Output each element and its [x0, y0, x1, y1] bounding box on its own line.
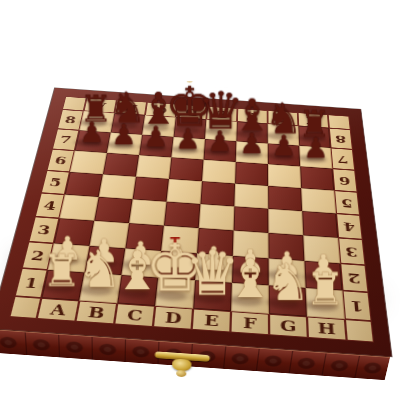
- square-h8[interactable]: [298, 126, 330, 148]
- queen-crown-accent: •••: [203, 240, 222, 249]
- coordinate-number: 6: [54, 155, 68, 166]
- coordinate-number: 8: [64, 115, 77, 125]
- clasp-knob: [176, 370, 187, 377]
- square-d8[interactable]: [174, 117, 207, 139]
- square-f5[interactable]: [234, 184, 268, 209]
- square-a8[interactable]: [79, 111, 114, 133]
- square-e7[interactable]: [204, 139, 237, 162]
- square-e6[interactable]: [202, 160, 236, 184]
- square-b5[interactable]: [99, 174, 136, 199]
- square-c7[interactable]: [139, 135, 173, 158]
- square-a6[interactable]: [70, 151, 107, 175]
- square-f8[interactable]: [236, 122, 267, 144]
- square-d5[interactable]: [167, 179, 203, 204]
- square-c5[interactable]: [133, 177, 169, 202]
- square-g5[interactable]: [268, 186, 302, 211]
- square-a7[interactable]: [75, 130, 111, 153]
- coordinate-letter: E: [216, 109, 228, 119]
- square-g7[interactable]: [268, 143, 300, 166]
- square-c6[interactable]: [136, 155, 171, 179]
- king-cross-accent: ✚: [169, 232, 180, 245]
- queen-crown-accent: •••: [213, 83, 229, 90]
- coordinate-number: 5: [48, 176, 62, 188]
- square-h5[interactable]: [301, 188, 336, 213]
- coordinate-letter: H: [306, 115, 321, 125]
- rank-label-right-7: 7: [331, 148, 355, 170]
- rank-label-right-5: 5: [334, 190, 360, 215]
- coordinate-number: 6: [339, 174, 351, 186]
- square-d7[interactable]: [171, 137, 205, 160]
- coordinate-letter: G: [276, 113, 289, 123]
- square-h6[interactable]: [300, 166, 334, 190]
- coordinate-letter: B: [124, 102, 138, 112]
- coordinate-letter: C: [154, 105, 167, 115]
- coordinate-number: 7: [337, 153, 349, 164]
- square-b8[interactable]: [111, 113, 145, 135]
- square-a5[interactable]: [65, 172, 103, 197]
- piece-light-rook-h1[interactable]: ♜: [292, 270, 359, 310]
- coordinate-letter: D: [185, 107, 199, 117]
- clasp: [151, 351, 214, 382]
- square-b6[interactable]: [103, 153, 139, 177]
- square-g8[interactable]: [268, 124, 300, 146]
- rank-label-right-8: 8: [329, 128, 353, 149]
- square-e5[interactable]: [200, 181, 235, 206]
- square-d6[interactable]: [169, 157, 204, 181]
- perspective-camera: ABCDEFGH8877665544332211ABCDEFGH ♜♞♝♚●♛•…: [0, 0, 400, 400]
- square-f7[interactable]: [236, 141, 268, 164]
- square-c8[interactable]: [142, 115, 176, 137]
- square-e8[interactable]: [205, 120, 237, 142]
- coordinate-letter: F: [247, 111, 258, 121]
- square-b7[interactable]: [107, 132, 142, 155]
- coordinate-letter: A: [93, 100, 107, 110]
- square-f6[interactable]: [235, 162, 268, 186]
- square-h7[interactable]: [299, 146, 332, 169]
- coordinate-number: 8: [335, 133, 347, 144]
- coordinate-number: 5: [341, 197, 354, 209]
- king-finial-accent: ●: [186, 76, 193, 84]
- coordinate-number: 7: [59, 134, 73, 145]
- chess-box: ABCDEFGH8877665544332211ABCDEFGH ♜♞♝♚●♛•…: [0, 88, 392, 356]
- scene: ABCDEFGH8877665544332211ABCDEFGH ♜♞♝♚●♛•…: [0, 0, 400, 400]
- rook-glyph: ♜: [305, 268, 345, 310]
- rank-label-right-6: 6: [332, 169, 357, 192]
- square-g6[interactable]: [268, 164, 301, 188]
- chess-set-photo: ABCDEFGH8877665544332211ABCDEFGH ♜♞♝♚●♛•…: [0, 0, 400, 400]
